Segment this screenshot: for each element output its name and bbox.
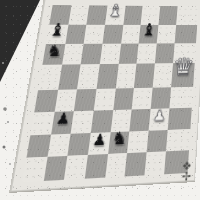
square-g6[interactable]: [155, 44, 174, 64]
square-f2[interactable]: [127, 130, 148, 153]
chessboard[interactable]: ♝♝♝♞♛♟♟♟♞ ❖ ✢: [9, 0, 200, 193]
square-f3[interactable]: [130, 109, 151, 131]
square-f5[interactable]: [134, 64, 155, 89]
square-e1[interactable]: [105, 153, 127, 177]
piece-white-queen[interactable]: ♛: [171, 55, 195, 79]
table-specks: [0, 0, 2, 2]
square-e4[interactable]: [113, 88, 134, 110]
square-g3[interactable]: ♟: [149, 108, 169, 130]
square-f4[interactable]: [132, 88, 153, 109]
piece-black-pawn[interactable]: ♟: [55, 112, 72, 128]
square-d7[interactable]: [102, 25, 123, 45]
square-e6[interactable]: [118, 44, 138, 64]
piece-black-knight[interactable]: ♞: [45, 43, 63, 59]
square-g7[interactable]: [157, 25, 176, 44]
board-grid: ♝♝♝♞♛♟♟♟♞: [22, 5, 198, 182]
square-g8[interactable]: [159, 6, 178, 25]
square-e2[interactable]: ♞: [108, 131, 130, 154]
square-f7[interactable]: ♝: [139, 25, 159, 44]
square-g5[interactable]: [153, 63, 173, 88]
square-e7[interactable]: [121, 25, 141, 44]
square-h2[interactable]: [166, 129, 191, 152]
square-h5[interactable]: ♛: [171, 63, 195, 87]
square-g2[interactable]: [147, 130, 168, 153]
square-f1[interactable]: [125, 153, 147, 177]
square-g1[interactable]: [144, 152, 165, 176]
square-f6[interactable]: [137, 44, 157, 64]
photo-scene: ♝♝♝♞♛♟♟♟♞ ❖ ✢: [0, 0, 200, 200]
piece-white-pawn[interactable]: ♟: [152, 109, 167, 124]
square-h7[interactable]: [174, 25, 197, 44]
piece-black-knight[interactable]: ♞: [110, 129, 128, 147]
board-emblem: ❖ ✢: [178, 161, 195, 181]
square-h8[interactable]: [176, 6, 199, 25]
square-h3[interactable]: [167, 108, 191, 130]
square-d8[interactable]: ♝: [105, 6, 125, 25]
square-h4[interactable]: [169, 87, 193, 108]
piece-black-bishop[interactable]: ♝: [140, 21, 158, 38]
piece-black-bishop[interactable]: ♝: [48, 21, 68, 38]
piece-white-bishop[interactable]: ♝: [107, 2, 125, 19]
square-g4[interactable]: [151, 87, 171, 108]
square-e8[interactable]: [123, 6, 143, 25]
piece-black-pawn[interactable]: ♟: [92, 132, 108, 148]
